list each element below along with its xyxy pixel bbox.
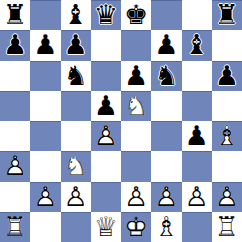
white-pawn-f2[interactable]: ♟♙ bbox=[151, 182, 181, 212]
black-pawn-d5[interactable]: ♟ bbox=[91, 91, 121, 121]
square-h8[interactable]: ♜ bbox=[212, 0, 242, 30]
black-pawn-icon: ♟ bbox=[64, 31, 88, 58]
black-bishop-icon: ♝ bbox=[185, 31, 209, 58]
black-pawn-a7[interactable]: ♟ bbox=[0, 30, 30, 60]
black-bishop-g7[interactable]: ♝ bbox=[182, 30, 212, 60]
white-pawn-outline-icon: ♙ bbox=[3, 152, 27, 179]
square-h6[interactable]: ♟ bbox=[212, 61, 242, 91]
square-b8[interactable] bbox=[30, 0, 60, 30]
square-d3[interactable] bbox=[91, 151, 121, 181]
square-h4[interactable]: ♝♗ bbox=[212, 121, 242, 151]
square-a5[interactable] bbox=[0, 91, 30, 121]
square-f2[interactable]: ♟♙ bbox=[151, 182, 181, 212]
black-queen-icon: ♛ bbox=[94, 1, 118, 28]
square-e3[interactable] bbox=[121, 151, 151, 181]
square-h1[interactable]: ♜♖ bbox=[212, 212, 242, 242]
white-bishop-f1[interactable]: ♝♗ bbox=[151, 212, 181, 242]
white-knight-c3[interactable]: ♞♘ bbox=[61, 151, 91, 181]
square-h2[interactable]: ♟♙ bbox=[212, 182, 242, 212]
white-pawn-outline-icon: ♙ bbox=[215, 183, 239, 210]
square-e7[interactable] bbox=[121, 30, 151, 60]
black-pawn-icon: ♟ bbox=[124, 62, 148, 89]
white-pawn-outline-icon: ♙ bbox=[94, 122, 118, 149]
square-a1[interactable]: ♜♖ bbox=[0, 212, 30, 242]
square-d2[interactable] bbox=[91, 182, 121, 212]
black-bishop-icon: ♝ bbox=[64, 1, 88, 28]
black-pawn-f7[interactable]: ♟ bbox=[151, 30, 181, 60]
white-pawn-d4[interactable]: ♟♙ bbox=[91, 121, 121, 151]
square-c1[interactable] bbox=[61, 212, 91, 242]
square-f7[interactable]: ♟ bbox=[151, 30, 181, 60]
white-pawn-outline-icon: ♙ bbox=[64, 183, 88, 210]
square-g8[interactable] bbox=[182, 0, 212, 30]
black-pawn-g4[interactable]: ♟ bbox=[182, 121, 212, 151]
black-knight-c6[interactable]: ♞ bbox=[61, 61, 91, 91]
white-knight-outline-icon: ♘ bbox=[124, 92, 148, 119]
black-knight-f6[interactable]: ♞ bbox=[151, 61, 181, 91]
white-pawn-h2[interactable]: ♟♙ bbox=[212, 182, 242, 212]
black-pawn-icon: ♟ bbox=[185, 122, 209, 149]
white-king-e1[interactable]: ♚♔ bbox=[121, 212, 151, 242]
black-rook-icon: ♜ bbox=[3, 1, 27, 28]
square-g1[interactable] bbox=[182, 212, 212, 242]
white-pawn-g2[interactable]: ♟♙ bbox=[182, 182, 212, 212]
white-pawn-a3[interactable]: ♟♙ bbox=[0, 151, 30, 181]
square-g3[interactable] bbox=[182, 151, 212, 181]
square-h7[interactable] bbox=[212, 30, 242, 60]
white-pawn-outline-icon: ♙ bbox=[124, 183, 148, 210]
white-knight-e5[interactable]: ♞♘ bbox=[121, 91, 151, 121]
black-king-e8[interactable]: ♚ bbox=[121, 0, 151, 30]
square-g6[interactable] bbox=[182, 61, 212, 91]
square-a6[interactable] bbox=[0, 61, 30, 91]
square-c3[interactable]: ♞♘ bbox=[61, 151, 91, 181]
white-pawn-b2[interactable]: ♟♙ bbox=[30, 182, 60, 212]
black-pawn-b7[interactable]: ♟ bbox=[30, 30, 60, 60]
black-pawn-e6[interactable]: ♟ bbox=[121, 61, 151, 91]
black-knight-icon: ♞ bbox=[154, 62, 178, 89]
square-d4[interactable]: ♟♙ bbox=[91, 121, 121, 151]
white-bishop-outline-icon: ♗ bbox=[154, 213, 178, 240]
black-pawn-h6[interactable]: ♟ bbox=[212, 61, 242, 91]
square-g4[interactable]: ♟ bbox=[182, 121, 212, 151]
square-e4[interactable] bbox=[121, 121, 151, 151]
white-queen-d1[interactable]: ♛♕ bbox=[91, 212, 121, 242]
black-king-icon: ♚ bbox=[124, 1, 148, 28]
white-pawn-c2[interactable]: ♟♙ bbox=[61, 182, 91, 212]
square-d1[interactable]: ♛♕ bbox=[91, 212, 121, 242]
square-f3[interactable] bbox=[151, 151, 181, 181]
square-h3[interactable] bbox=[212, 151, 242, 181]
black-rook-a8[interactable]: ♜ bbox=[0, 0, 30, 30]
square-f6[interactable]: ♞ bbox=[151, 61, 181, 91]
square-e6[interactable]: ♟ bbox=[121, 61, 151, 91]
black-rook-h8[interactable]: ♜ bbox=[212, 0, 242, 30]
white-rook-h1[interactable]: ♜♖ bbox=[212, 212, 242, 242]
white-bishop-outline-icon: ♗ bbox=[215, 122, 239, 149]
square-a4[interactable] bbox=[0, 121, 30, 151]
square-b3[interactable] bbox=[30, 151, 60, 181]
square-c4[interactable] bbox=[61, 121, 91, 151]
square-f1[interactable]: ♝♗ bbox=[151, 212, 181, 242]
square-e8[interactable]: ♚ bbox=[121, 0, 151, 30]
square-a8[interactable]: ♜ bbox=[0, 0, 30, 30]
square-g5[interactable] bbox=[182, 91, 212, 121]
square-g2[interactable]: ♟♙ bbox=[182, 182, 212, 212]
square-e5[interactable]: ♞♘ bbox=[121, 91, 151, 121]
square-b4[interactable] bbox=[30, 121, 60, 151]
square-g7[interactable]: ♝ bbox=[182, 30, 212, 60]
square-c7[interactable]: ♟ bbox=[61, 30, 91, 60]
square-d6[interactable] bbox=[91, 61, 121, 91]
square-b6[interactable] bbox=[30, 61, 60, 91]
black-rook-icon: ♜ bbox=[215, 1, 239, 28]
square-b7[interactable]: ♟ bbox=[30, 30, 60, 60]
black-pawn-icon: ♟ bbox=[33, 31, 57, 58]
square-e1[interactable]: ♚♔ bbox=[121, 212, 151, 242]
white-pawn-outline-icon: ♙ bbox=[154, 183, 178, 210]
square-f8[interactable] bbox=[151, 0, 181, 30]
square-f5[interactable] bbox=[151, 91, 181, 121]
square-b5[interactable] bbox=[30, 91, 60, 121]
black-pawn-icon: ♟ bbox=[3, 31, 27, 58]
black-pawn-icon: ♟ bbox=[154, 31, 178, 58]
black-knight-icon: ♞ bbox=[64, 62, 88, 89]
square-c2[interactable]: ♟♙ bbox=[61, 182, 91, 212]
square-b2[interactable]: ♟♙ bbox=[30, 182, 60, 212]
white-pawn-outline-icon: ♙ bbox=[33, 183, 57, 210]
black-pawn-icon: ♟ bbox=[215, 62, 239, 89]
square-e2[interactable]: ♟♙ bbox=[121, 182, 151, 212]
square-a3[interactable]: ♟♙ bbox=[0, 151, 30, 181]
square-d7[interactable] bbox=[91, 30, 121, 60]
square-c8[interactable]: ♝ bbox=[61, 0, 91, 30]
white-queen-outline-icon: ♕ bbox=[94, 213, 118, 240]
black-pawn-icon: ♟ bbox=[94, 92, 118, 119]
square-c6[interactable]: ♞ bbox=[61, 61, 91, 91]
white-knight-outline-icon: ♘ bbox=[64, 152, 88, 179]
square-a2[interactable] bbox=[0, 182, 30, 212]
white-pawn-outline-icon: ♙ bbox=[185, 183, 209, 210]
square-d5[interactable]: ♟ bbox=[91, 91, 121, 121]
white-pawn-e2[interactable]: ♟♙ bbox=[121, 182, 151, 212]
white-rook-outline-icon: ♖ bbox=[215, 213, 239, 240]
square-b1[interactable] bbox=[30, 212, 60, 242]
white-rook-outline-icon: ♖ bbox=[3, 213, 27, 240]
chess-board: ♜♝♛♚♜♟♟♟♟♝♞♟♞♟♟♞♘♟♙♟♝♗♟♙♞♘♟♙♟♙♟♙♟♙♟♙♟♙♜♖… bbox=[0, 0, 242, 242]
black-pawn-c7[interactable]: ♟ bbox=[61, 30, 91, 60]
square-h5[interactable] bbox=[212, 91, 242, 121]
square-d8[interactable]: ♛ bbox=[91, 0, 121, 30]
square-c5[interactable] bbox=[61, 91, 91, 121]
square-f4[interactable] bbox=[151, 121, 181, 151]
black-bishop-c8[interactable]: ♝ bbox=[61, 0, 91, 30]
square-a7[interactable]: ♟ bbox=[0, 30, 30, 60]
white-rook-a1[interactable]: ♜♖ bbox=[0, 212, 30, 242]
black-queen-d8[interactable]: ♛ bbox=[91, 0, 121, 30]
white-bishop-h4[interactable]: ♝♗ bbox=[212, 121, 242, 151]
white-king-outline-icon: ♔ bbox=[124, 213, 148, 240]
